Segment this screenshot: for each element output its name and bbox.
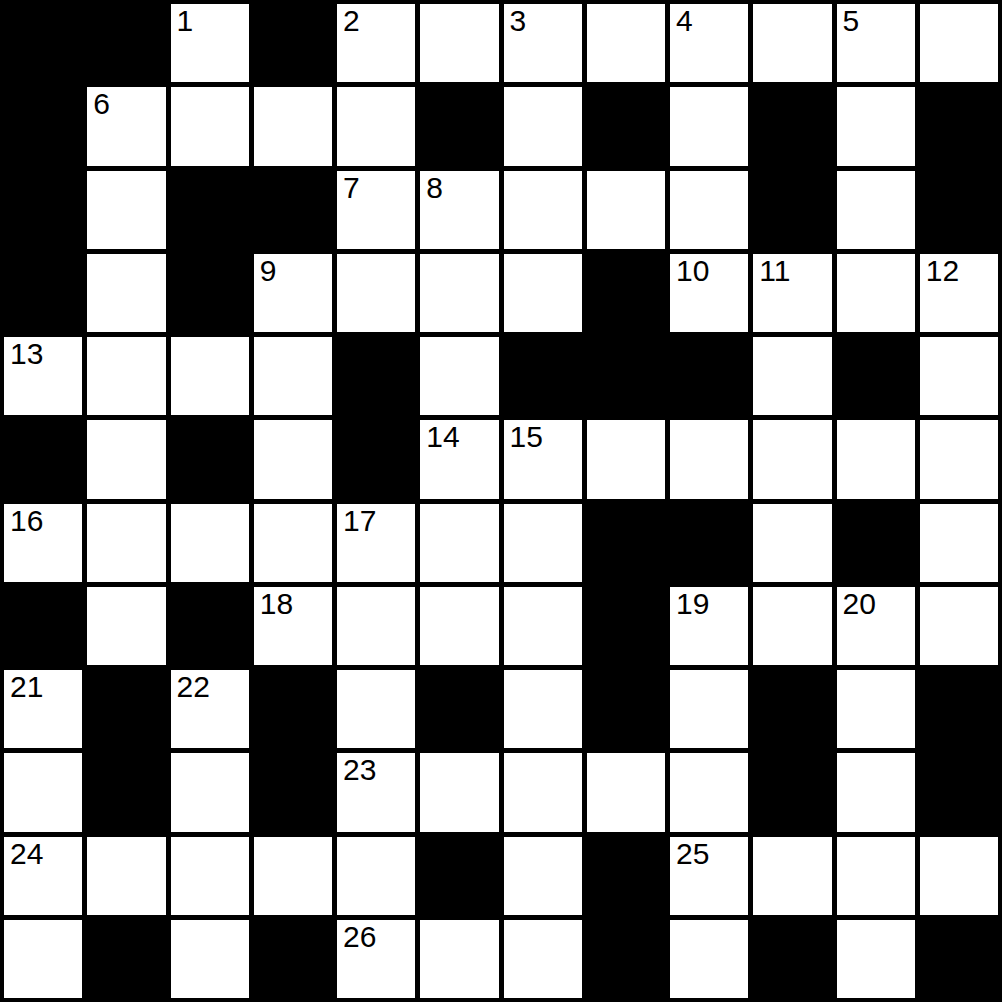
grid-cell[interactable] [753, 504, 831, 582]
grid-cell[interactable]: 18 [254, 587, 332, 665]
grid-cell[interactable] [337, 670, 415, 748]
grid-cell[interactable] [837, 171, 915, 249]
grid-cell[interactable]: 15 [504, 420, 582, 498]
block-cell [587, 337, 665, 415]
grid-cell[interactable]: 19 [670, 587, 748, 665]
grid-cell[interactable]: 1 [171, 4, 249, 82]
grid-cell[interactable]: 25 [670, 837, 748, 915]
block-cell [420, 670, 498, 748]
block-cell [420, 87, 498, 165]
block-cell [171, 171, 249, 249]
grid-cell[interactable] [87, 254, 165, 332]
grid-cell[interactable] [420, 587, 498, 665]
grid-cell[interactable]: 22 [171, 670, 249, 748]
block-cell [504, 337, 582, 415]
clue-number: 8 [426, 171, 443, 206]
clue-number: 3 [510, 4, 527, 39]
grid-cell[interactable] [753, 837, 831, 915]
grid-cell[interactable] [337, 837, 415, 915]
grid-cell[interactable]: 5 [837, 4, 915, 82]
grid-cell[interactable]: 24 [4, 837, 82, 915]
block-cell [254, 753, 332, 831]
block-cell [753, 87, 831, 165]
grid-cell[interactable] [837, 753, 915, 831]
grid-cell[interactable]: 6 [87, 87, 165, 165]
grid-cell[interactable] [504, 504, 582, 582]
grid-cell[interactable] [171, 753, 249, 831]
grid-cell[interactable] [337, 254, 415, 332]
grid-cell[interactable] [87, 337, 165, 415]
block-cell [171, 254, 249, 332]
clue-number: 9 [260, 254, 277, 289]
block-cell [587, 837, 665, 915]
grid-cell[interactable] [504, 171, 582, 249]
clue-number: 15 [510, 420, 543, 455]
block-cell [587, 670, 665, 748]
grid-cell[interactable]: 14 [420, 420, 498, 498]
block-cell [920, 920, 998, 998]
block-cell [4, 171, 82, 249]
grid-cell[interactable]: 2 [337, 4, 415, 82]
grid-cell[interactable] [171, 337, 249, 415]
block-cell [87, 920, 165, 998]
grid-cell[interactable] [920, 420, 998, 498]
clue-number: 26 [343, 920, 376, 955]
grid-cell[interactable] [420, 254, 498, 332]
grid-cell[interactable] [837, 87, 915, 165]
block-cell [171, 587, 249, 665]
grid-cell[interactable]: 17 [337, 504, 415, 582]
grid-cell[interactable] [670, 87, 748, 165]
grid-cell[interactable] [420, 4, 498, 82]
block-cell [4, 4, 82, 82]
block-cell [753, 171, 831, 249]
grid-cell[interactable]: 20 [837, 587, 915, 665]
block-cell [920, 171, 998, 249]
grid-cell[interactable] [254, 87, 332, 165]
grid-cell[interactable] [670, 420, 748, 498]
clue-number: 6 [93, 87, 110, 122]
grid-cell[interactable] [670, 171, 748, 249]
grid-cell[interactable]: 11 [753, 254, 831, 332]
clue-number: 1 [177, 4, 194, 39]
block-cell [4, 420, 82, 498]
grid-cell[interactable] [4, 920, 82, 998]
clue-number: 2 [343, 4, 360, 39]
grid-cell[interactable] [587, 171, 665, 249]
grid-cell[interactable] [420, 504, 498, 582]
grid-cell[interactable]: 23 [337, 753, 415, 831]
block-cell [4, 87, 82, 165]
grid-cell[interactable] [753, 4, 831, 82]
block-cell [87, 4, 165, 82]
grid-cell[interactable] [920, 4, 998, 82]
block-cell [587, 87, 665, 165]
clue-number: 18 [260, 587, 293, 622]
clue-number: 11 [759, 254, 790, 289]
grid-cell[interactable] [837, 920, 915, 998]
grid-cell[interactable]: 4 [670, 4, 748, 82]
block-cell [4, 254, 82, 332]
grid-cell[interactable] [753, 420, 831, 498]
grid-cell[interactable] [504, 837, 582, 915]
block-cell [753, 670, 831, 748]
block-cell [4, 587, 82, 665]
grid-cell[interactable] [920, 337, 998, 415]
grid-cell[interactable] [4, 753, 82, 831]
grid-cell[interactable] [87, 504, 165, 582]
grid-cell[interactable]: 13 [4, 337, 82, 415]
grid-cell[interactable] [837, 254, 915, 332]
clue-number: 17 [343, 504, 376, 539]
block-cell [837, 337, 915, 415]
block-cell [587, 504, 665, 582]
grid-cell[interactable] [87, 587, 165, 665]
block-cell [670, 337, 748, 415]
grid-cell[interactable] [920, 837, 998, 915]
block-cell [920, 753, 998, 831]
block-cell [87, 670, 165, 748]
block-cell [753, 753, 831, 831]
clue-number: 13 [10, 337, 43, 372]
grid-cell[interactable] [420, 337, 498, 415]
grid-cell[interactable] [337, 87, 415, 165]
grid-cell[interactable]: 21 [4, 670, 82, 748]
clue-number: 20 [843, 587, 876, 622]
grid-cell[interactable] [171, 87, 249, 165]
clue-number: 16 [10, 504, 43, 539]
block-cell [420, 837, 498, 915]
block-cell [254, 4, 332, 82]
grid-cell[interactable] [420, 920, 498, 998]
block-cell [920, 87, 998, 165]
grid-cell[interactable] [504, 587, 582, 665]
grid-cell[interactable] [837, 837, 915, 915]
grid-cell[interactable]: 9 [254, 254, 332, 332]
clue-number: 22 [177, 670, 210, 705]
grid-cell[interactable] [837, 420, 915, 498]
block-cell [337, 337, 415, 415]
grid-cell[interactable]: 3 [504, 4, 582, 82]
grid-cell[interactable] [87, 837, 165, 915]
block-cell [670, 504, 748, 582]
grid-cell[interactable]: 7 [337, 171, 415, 249]
grid-cell[interactable] [753, 587, 831, 665]
block-cell [254, 171, 332, 249]
block-cell [254, 920, 332, 998]
block-cell [587, 920, 665, 998]
grid-cell[interactable] [920, 504, 998, 582]
clue-number: 23 [343, 753, 376, 788]
block-cell [920, 670, 998, 748]
block-cell [337, 420, 415, 498]
crossword-board: 1234567891011121314151617181920212223242… [0, 0, 1002, 1002]
block-cell [587, 587, 665, 665]
grid-cell[interactable] [171, 920, 249, 998]
grid-cell[interactable]: 26 [337, 920, 415, 998]
clue-number: 19 [676, 587, 709, 622]
grid-cell[interactable] [254, 837, 332, 915]
grid-cell[interactable]: 16 [4, 504, 82, 582]
grid-cell[interactable] [504, 670, 582, 748]
grid-cell[interactable] [504, 254, 582, 332]
grid-cell[interactable] [504, 753, 582, 831]
clue-number: 7 [343, 171, 360, 206]
grid-cell[interactable] [254, 504, 332, 582]
clue-number: 4 [676, 4, 693, 39]
grid-cell[interactable]: 10 [670, 254, 748, 332]
clue-number: 5 [843, 4, 860, 39]
grid-cell[interactable] [587, 753, 665, 831]
grid-cell[interactable] [254, 420, 332, 498]
grid-cell[interactable] [420, 753, 498, 831]
grid-cell[interactable]: 12 [920, 254, 998, 332]
grid-cell[interactable] [254, 337, 332, 415]
grid-cell[interactable] [837, 670, 915, 748]
clue-number: 10 [676, 254, 709, 289]
clue-number: 24 [10, 837, 43, 872]
block-cell [753, 920, 831, 998]
grid-cell[interactable] [87, 171, 165, 249]
block-cell [171, 420, 249, 498]
clue-number: 25 [676, 837, 709, 872]
grid-cell[interactable]: 8 [420, 171, 498, 249]
grid-cell[interactable] [171, 504, 249, 582]
grid-cell[interactable] [504, 87, 582, 165]
block-cell [87, 753, 165, 831]
grid-cell[interactable] [337, 587, 415, 665]
grid-cell[interactable] [670, 920, 748, 998]
grid-cell[interactable] [171, 837, 249, 915]
grid-cell[interactable] [87, 420, 165, 498]
grid-cell[interactable] [920, 587, 998, 665]
grid-cell[interactable] [670, 670, 748, 748]
grid-cell[interactable] [587, 420, 665, 498]
grid-cell[interactable] [587, 4, 665, 82]
grid-cell[interactable] [504, 920, 582, 998]
clue-number: 12 [926, 254, 959, 289]
block-cell [837, 504, 915, 582]
clue-number: 21 [10, 670, 43, 705]
block-cell [587, 254, 665, 332]
grid-cell[interactable] [670, 753, 748, 831]
grid-cell[interactable] [753, 337, 831, 415]
clue-number: 14 [426, 420, 459, 455]
block-cell [254, 670, 332, 748]
